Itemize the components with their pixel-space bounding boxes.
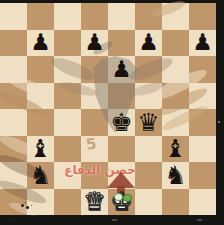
square-b3[interactable]: ♝	[27, 136, 54, 163]
square-e5[interactable]	[108, 83, 135, 110]
square-h2[interactable]	[189, 162, 216, 189]
square-f2[interactable]	[135, 162, 162, 189]
piece-black-pawn[interactable]: ♟	[30, 31, 51, 54]
king-green-accent	[114, 193, 123, 201]
square-h1[interactable]	[189, 189, 216, 216]
piece-white-queen[interactable]: ♛	[83, 189, 105, 214]
square-b6[interactable]	[27, 56, 54, 83]
square-g8[interactable]	[162, 3, 189, 30]
square-e4[interactable]: ♚	[108, 109, 135, 136]
square-f1[interactable]	[135, 189, 162, 216]
square-b8[interactable]	[27, 3, 54, 30]
square-a4[interactable]	[0, 109, 27, 136]
square-d6[interactable]	[81, 56, 108, 83]
square-d5[interactable]	[81, 83, 108, 110]
square-a6[interactable]	[0, 56, 27, 83]
piece-black-king[interactable]: ♚	[110, 110, 132, 135]
piece-black-pawn[interactable]: ♟	[84, 31, 105, 54]
square-d4[interactable]	[81, 109, 108, 136]
square-f5[interactable]	[135, 83, 162, 110]
square-d8[interactable]	[81, 3, 108, 30]
square-b1[interactable]	[27, 189, 54, 216]
square-h3[interactable]	[189, 136, 216, 163]
square-f6[interactable]	[135, 56, 162, 83]
square-f8[interactable]	[135, 3, 162, 30]
square-b4[interactable]	[27, 109, 54, 136]
square-g2[interactable]: ♞	[162, 162, 189, 189]
square-e7[interactable]	[108, 30, 135, 57]
square-e1[interactable]: ♚	[108, 189, 135, 216]
chess-app-window: ♟♟♟♟♟♚♛♝♝♞♞♛♚ حصن الدفاع 5 ·····	[0, 0, 224, 225]
square-h4[interactable]	[189, 109, 216, 136]
square-b5[interactable]	[27, 83, 54, 110]
square-g7[interactable]	[162, 30, 189, 57]
piece-black-bishop[interactable]: ♝	[29, 136, 51, 161]
square-h6[interactable]	[189, 56, 216, 83]
square-d3[interactable]	[81, 136, 108, 163]
square-a2[interactable]	[0, 162, 27, 189]
square-g5[interactable]	[162, 83, 189, 110]
square-a7[interactable]	[0, 30, 27, 57]
piece-black-pawn[interactable]: ♟	[192, 31, 213, 54]
square-d2[interactable]	[81, 162, 108, 189]
square-c6[interactable]	[54, 56, 81, 83]
square-b7[interactable]: ♟	[27, 30, 54, 57]
frame-mark	[197, 219, 202, 221]
square-e8[interactable]	[108, 3, 135, 30]
square-f4[interactable]: ♛	[135, 109, 162, 136]
square-a8[interactable]	[0, 3, 27, 30]
square-c7[interactable]	[54, 30, 81, 57]
square-h5[interactable]	[189, 83, 216, 110]
piece-white-king[interactable]: ♚	[110, 189, 132, 214]
square-a1[interactable]	[0, 189, 27, 216]
square-c1[interactable]	[54, 189, 81, 216]
move-arrow-head	[107, 172, 135, 188]
king-green-accent	[123, 194, 132, 202]
frame-watermark: ·····	[3, 216, 16, 222]
corner-mark	[21, 204, 24, 207]
piece-black-knight[interactable]: ♞	[29, 163, 51, 188]
piece-black-queen[interactable]: ♛	[137, 110, 159, 135]
square-c8[interactable]	[54, 3, 81, 30]
square-d7[interactable]: ♟	[81, 30, 108, 57]
square-e6[interactable]: ♟	[108, 56, 135, 83]
piece-black-knight[interactable]: ♞	[164, 163, 186, 188]
square-c4[interactable]	[54, 109, 81, 136]
square-c2[interactable]	[54, 162, 81, 189]
square-b2[interactable]: ♞	[27, 162, 54, 189]
square-c3[interactable]	[54, 136, 81, 163]
frame-mark	[112, 219, 117, 221]
piece-black-bishop[interactable]: ♝	[164, 136, 186, 161]
square-f3[interactable]	[135, 136, 162, 163]
square-f7[interactable]: ♟	[135, 30, 162, 57]
frame-mark	[218, 121, 220, 123]
square-a5[interactable]	[0, 83, 27, 110]
piece-black-pawn[interactable]: ♟	[138, 31, 159, 54]
square-g4[interactable]	[162, 109, 189, 136]
square-g6[interactable]	[162, 56, 189, 83]
square-g1[interactable]	[162, 189, 189, 216]
square-g3[interactable]: ♝	[162, 136, 189, 163]
piece-black-pawn[interactable]: ♟	[111, 58, 132, 81]
square-d1[interactable]: ♛	[81, 189, 108, 216]
square-a3[interactable]	[0, 136, 27, 163]
square-e3[interactable]	[108, 136, 135, 163]
square-h8[interactable]	[189, 3, 216, 30]
square-h7[interactable]: ♟	[189, 30, 216, 57]
square-c5[interactable]	[54, 83, 81, 110]
